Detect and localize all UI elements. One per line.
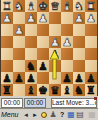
piece-white-pawn: ♟: [14, 24, 24, 36]
square-f6[interactable]: ♞: [25, 60, 37, 72]
square-g3[interactable]: ♟: [13, 24, 25, 36]
alert-indicator: [94, 97, 97, 100]
square-b6[interactable]: [73, 60, 85, 72]
square-g6[interactable]: [13, 60, 25, 72]
status-bar: 00:00 00:00 Last Move: 3...d5: [0, 96, 98, 108]
menu-icons: ◄►♟?▦▤▦: [22, 110, 97, 120]
piece-white-bishop: ♝: [62, 0, 72, 12]
piece-white-pawn: ♟: [86, 12, 96, 24]
piece-white-rook: ♜: [2, 0, 12, 12]
square-e6[interactable]: ♟: [37, 60, 49, 72]
square-f3[interactable]: [25, 24, 37, 36]
square-b2[interactable]: ♟: [73, 12, 85, 24]
piece-black-bishop: ♝: [62, 84, 72, 96]
square-h6[interactable]: [1, 60, 13, 72]
square-d6[interactable]: [49, 60, 61, 72]
piece-white-pawn: ♟: [62, 36, 72, 48]
square-d3[interactable]: [49, 24, 61, 36]
square-a6[interactable]: [85, 60, 97, 72]
square-d5[interactable]: ♟: [49, 48, 61, 60]
square-g2[interactable]: [13, 12, 25, 24]
piece-black-queen: ♛: [50, 84, 60, 96]
square-b5[interactable]: [73, 48, 85, 60]
square-e4[interactable]: [37, 36, 49, 48]
square-c3[interactable]: [61, 24, 73, 36]
chess-board-frame: ♜♞♝♚♛♝♞♜♟♟♟♟♟♟♟♟♟♞♟♟♟♟♟♟♟♜♝♚♛♝♞♜: [0, 0, 98, 96]
piece-black-pawn: ♟: [62, 72, 72, 84]
piece-black-king: ♚: [38, 84, 48, 96]
square-c8[interactable]: ♝: [61, 84, 73, 96]
square-g1[interactable]: ♞: [13, 0, 25, 12]
chess-board: ♜♞♝♚♛♝♞♜♟♟♟♟♟♟♟♟♟♞♟♟♟♟♟♟♟♜♝♚♛♝♞♜: [1, 0, 97, 96]
step-back-icon[interactable]: ◄: [22, 110, 31, 120]
square-b1[interactable]: ♞: [73, 0, 85, 12]
square-f4[interactable]: [25, 36, 37, 48]
piece-white-knight: ♞: [14, 0, 24, 12]
piece-white-pawn: ♟: [2, 12, 12, 24]
step-forward-icon[interactable]: ►: [31, 110, 40, 120]
piece-white-pawn: ♟: [26, 12, 36, 24]
square-f1[interactable]: ♝: [25, 0, 37, 12]
square-a1[interactable]: ♜: [85, 0, 97, 12]
square-e8[interactable]: ♚: [37, 84, 49, 96]
piece-black-rook: ♜: [2, 84, 12, 96]
piece-black-pawn: ♟: [26, 72, 36, 84]
square-h3[interactable]: [1, 24, 13, 36]
hint-icon[interactable]: [40, 110, 49, 120]
piece-black-pawn: ♟: [50, 48, 60, 60]
piece-white-bishop: ♝: [26, 0, 36, 12]
square-d1[interactable]: ♛: [49, 0, 61, 12]
square-a7[interactable]: ♟: [85, 72, 97, 84]
square-g4[interactable]: [13, 36, 25, 48]
piece-white-pawn: ♟: [50, 36, 60, 48]
piece-black-rook: ♜: [86, 84, 96, 96]
piece-icon[interactable]: ♟: [49, 110, 58, 120]
piece-black-bishop: ♝: [26, 84, 36, 96]
square-h7[interactable]: ♟: [1, 72, 13, 84]
last-move-display: Last Move: 3...d5: [51, 98, 97, 108]
square-c7[interactable]: ♟: [61, 72, 73, 84]
piece-black-pawn: ♟: [14, 72, 24, 84]
square-f5[interactable]: [25, 48, 37, 60]
square-g8[interactable]: [13, 84, 25, 96]
square-d8[interactable]: ♛: [49, 84, 61, 96]
square-h8[interactable]: ♜: [1, 84, 13, 96]
square-c6[interactable]: [61, 60, 73, 72]
square-d4[interactable]: ♟: [49, 36, 61, 48]
square-h4[interactable]: [1, 36, 13, 48]
square-b7[interactable]: ♟: [73, 72, 85, 84]
piece-white-king: ♚: [38, 0, 48, 12]
square-a5[interactable]: [85, 48, 97, 60]
square-h1[interactable]: ♜: [1, 0, 13, 12]
square-e1[interactable]: ♚: [37, 0, 49, 12]
square-d7[interactable]: [49, 72, 61, 84]
white-clock: 00:00: [1, 98, 23, 108]
square-e5[interactable]: [37, 48, 49, 60]
black-clock: 00:00: [24, 98, 46, 108]
board-icon[interactable]: ▦: [67, 110, 76, 120]
square-a2[interactable]: ♟: [85, 12, 97, 24]
square-c1[interactable]: ♝: [61, 0, 73, 12]
square-f2[interactable]: ♟: [25, 12, 37, 24]
piece-white-pawn: ♟: [74, 12, 84, 24]
piece-black-pawn: ♟: [38, 60, 48, 72]
piece-white-rook: ♜: [86, 0, 96, 12]
square-e7[interactable]: [37, 72, 49, 84]
piece-white-queen: ♛: [50, 0, 60, 12]
square-f7[interactable]: ♟: [25, 72, 37, 84]
square-c4[interactable]: ♟: [61, 36, 73, 48]
piece-white-pawn: ♟: [38, 12, 48, 24]
piece-black-knight: ♞: [26, 60, 36, 72]
piece-white-knight: ♞: [74, 0, 84, 12]
piece-black-pawn: ♟: [86, 72, 96, 84]
square-b3[interactable]: [73, 24, 85, 36]
piece-black-knight: ♞: [74, 84, 84, 96]
square-d2[interactable]: [49, 12, 61, 24]
menu-button[interactable]: Menu: [1, 111, 19, 118]
keyboard-icon[interactable]: ▤: [76, 110, 85, 120]
square-a3[interactable]: [85, 24, 97, 36]
square-g5[interactable]: [13, 48, 25, 60]
piece-black-pawn: ♟: [2, 72, 12, 84]
extra-icon: ▦: [88, 110, 97, 120]
square-b8[interactable]: ♞: [73, 84, 85, 96]
square-c5[interactable]: [61, 48, 73, 60]
square-h5[interactable]: [1, 48, 13, 60]
square-h2[interactable]: ♟: [1, 12, 13, 24]
square-e2[interactable]: ♟: [37, 12, 49, 24]
square-b4[interactable]: [73, 36, 85, 48]
square-e3[interactable]: [37, 24, 49, 36]
square-a4[interactable]: [85, 36, 97, 48]
square-c2[interactable]: [61, 12, 73, 24]
square-a8[interactable]: ♜: [85, 84, 97, 96]
menu-bar: Menu ◄►♟?▦▤▦: [0, 108, 98, 120]
piece-black-pawn: ♟: [74, 72, 84, 84]
help-icon[interactable]: ?: [58, 110, 67, 120]
square-g7[interactable]: ♟: [13, 72, 25, 84]
square-f8[interactable]: ♝: [25, 84, 37, 96]
